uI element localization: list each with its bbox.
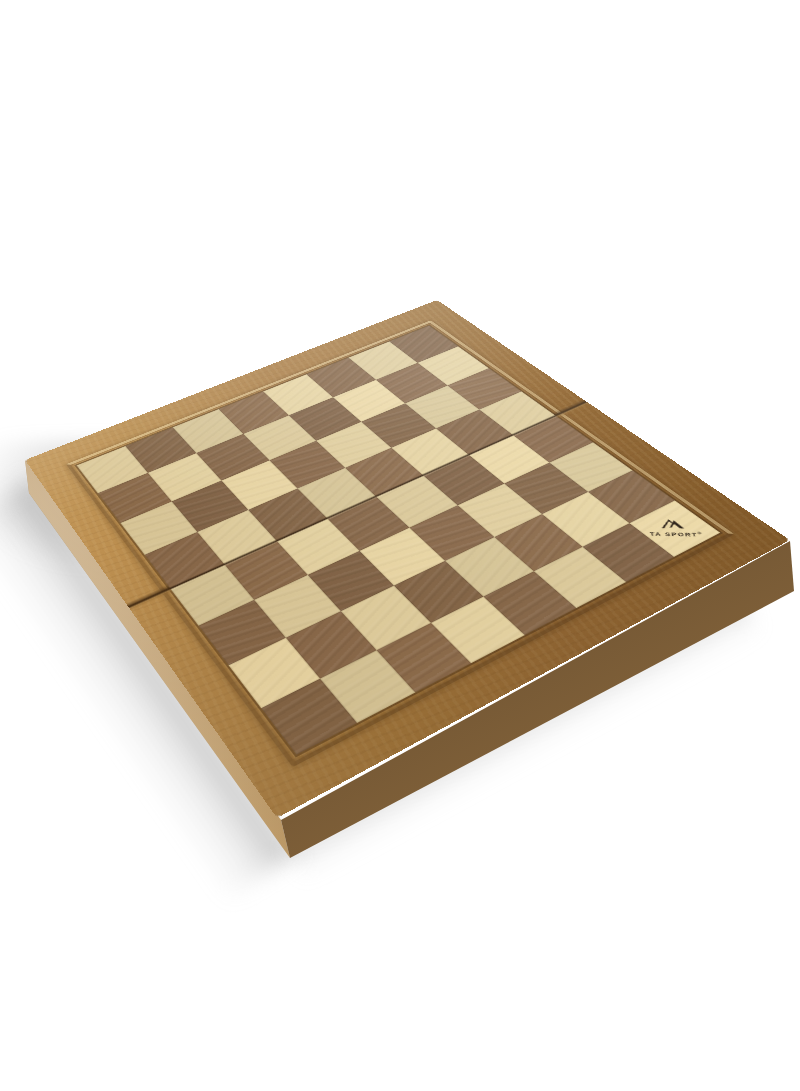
product-photo-stage: TA SPORT®	[0, 0, 800, 1091]
ta-sport-logo-text: TA SPORT®	[649, 529, 703, 538]
ta-sport-logo-mark	[656, 518, 691, 530]
board-squares-grid: TA SPORT®	[77, 326, 721, 755]
chess-board: TA SPORT®	[25, 300, 790, 818]
